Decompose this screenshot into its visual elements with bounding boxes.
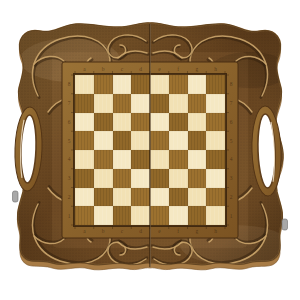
square-a7[interactable] [75, 94, 94, 113]
coord-bottom-c: c [113, 227, 132, 236]
square-h4[interactable] [206, 150, 225, 169]
square-h5[interactable] [206, 131, 225, 150]
coord-bottom-g: g [188, 227, 207, 236]
coord-bottom-a: a [75, 227, 94, 236]
square-a2[interactable] [75, 188, 94, 207]
coord-top-g: g [188, 65, 207, 74]
square-h7[interactable] [206, 94, 225, 113]
square-h1[interactable] [206, 206, 225, 225]
coord-right-5: 5 [227, 131, 236, 150]
square-e6[interactable] [150, 113, 169, 132]
chess-case-photo: abcdefgh abcdefgh 87654321 87654321 [0, 0, 300, 300]
square-g7[interactable] [188, 94, 207, 113]
square-c2[interactable] [113, 188, 132, 207]
square-h8[interactable] [206, 75, 225, 94]
coord-right-2: 2 [227, 188, 236, 207]
square-f6[interactable] [169, 113, 188, 132]
square-a3[interactable] [75, 169, 94, 188]
coord-top-e: e [150, 65, 169, 74]
square-b3[interactable] [94, 169, 113, 188]
square-c5[interactable] [113, 131, 132, 150]
square-d1[interactable] [131, 206, 150, 225]
square-a1[interactable] [75, 206, 94, 225]
square-a6[interactable] [75, 113, 94, 132]
clasp-right [282, 219, 288, 230]
square-g3[interactable] [188, 169, 207, 188]
square-g8[interactable] [188, 75, 207, 94]
coord-top-d: d [131, 65, 150, 74]
coord-left-3: 3 [65, 169, 74, 188]
square-e8[interactable] [150, 75, 169, 94]
square-c8[interactable] [113, 75, 132, 94]
square-d4[interactable] [131, 150, 150, 169]
coord-right-4: 4 [227, 150, 236, 169]
coord-bottom-f: f [169, 227, 188, 236]
square-e3[interactable] [150, 169, 169, 188]
square-g2[interactable] [188, 188, 207, 207]
coord-left-2: 2 [65, 188, 74, 207]
square-b4[interactable] [94, 150, 113, 169]
coord-left-1: 1 [65, 206, 74, 225]
square-e7[interactable] [150, 94, 169, 113]
coord-right-7: 7 [227, 94, 236, 113]
square-d6[interactable] [131, 113, 150, 132]
coord-left-7: 7 [65, 94, 74, 113]
coord-top-a: a [75, 65, 94, 74]
square-f1[interactable] [169, 206, 188, 225]
square-e5[interactable] [150, 131, 169, 150]
coord-top-f: f [169, 65, 188, 74]
square-e4[interactable] [150, 150, 169, 169]
square-b6[interactable] [94, 113, 113, 132]
coord-top-h: h [206, 65, 225, 74]
square-d8[interactable] [131, 75, 150, 94]
square-g1[interactable] [188, 206, 207, 225]
case-fold-seam [149, 24, 152, 267]
square-a5[interactable] [75, 131, 94, 150]
clasp-left [13, 191, 19, 202]
square-c3[interactable] [113, 169, 132, 188]
square-e1[interactable] [150, 206, 169, 225]
square-e2[interactable] [150, 188, 169, 207]
square-f2[interactable] [169, 188, 188, 207]
square-a4[interactable] [75, 150, 94, 169]
square-h2[interactable] [206, 188, 225, 207]
coord-top-c: c [113, 65, 132, 74]
square-c6[interactable] [113, 113, 132, 132]
square-f7[interactable] [169, 94, 188, 113]
square-b5[interactable] [94, 131, 113, 150]
coord-bottom-b: b [94, 227, 113, 236]
coord-left-6: 6 [65, 113, 74, 132]
square-d3[interactable] [131, 169, 150, 188]
coord-left-4: 4 [65, 150, 74, 169]
square-f4[interactable] [169, 150, 188, 169]
square-c7[interactable] [113, 94, 132, 113]
coord-left-5: 5 [65, 131, 74, 150]
coord-bottom-e: e [150, 227, 169, 236]
square-f3[interactable] [169, 169, 188, 188]
square-b8[interactable] [94, 75, 113, 94]
rank-coordinates-left: 87654321 [65, 75, 74, 225]
square-f8[interactable] [169, 75, 188, 94]
square-d2[interactable] [131, 188, 150, 207]
square-g6[interactable] [188, 113, 207, 132]
square-b1[interactable] [94, 206, 113, 225]
coord-left-8: 8 [65, 75, 74, 94]
square-b2[interactable] [94, 188, 113, 207]
square-d5[interactable] [131, 131, 150, 150]
square-c4[interactable] [113, 150, 132, 169]
rank-coordinates-right: 87654321 [227, 75, 236, 225]
coord-top-b: b [94, 65, 113, 74]
coord-bottom-d: d [131, 227, 150, 236]
square-h3[interactable] [206, 169, 225, 188]
square-a8[interactable] [75, 75, 94, 94]
coord-right-1: 1 [227, 206, 236, 225]
square-f5[interactable] [169, 131, 188, 150]
square-b7[interactable] [94, 94, 113, 113]
square-d7[interactable] [131, 94, 150, 113]
square-g5[interactable] [188, 131, 207, 150]
coord-right-6: 6 [227, 113, 236, 132]
square-c1[interactable] [113, 206, 132, 225]
coord-bottom-h: h [206, 227, 225, 236]
square-h6[interactable] [206, 113, 225, 132]
coord-right-3: 3 [227, 169, 236, 188]
coord-right-8: 8 [227, 75, 236, 94]
square-g4[interactable] [188, 150, 207, 169]
